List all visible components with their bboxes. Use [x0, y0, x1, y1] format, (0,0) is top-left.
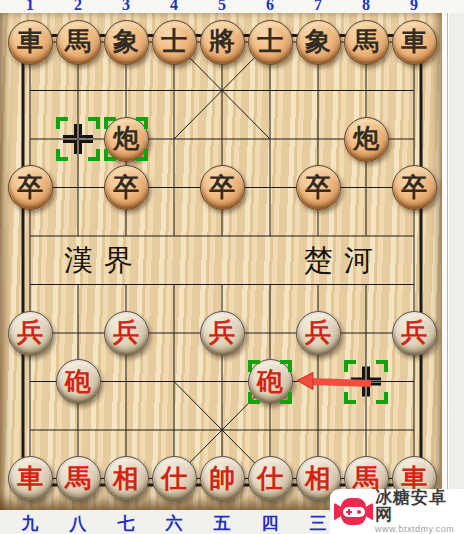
piece-red-兵[interactable]: 兵 — [392, 311, 437, 356]
piece-character: 馬 — [65, 29, 91, 55]
piece-character: 卒 — [17, 175, 43, 201]
piece-black-馬[interactable]: 馬 — [56, 20, 101, 65]
piece-character: 士 — [161, 29, 187, 55]
piece-character: 象 — [305, 29, 331, 55]
piece-red-車[interactable]: 車 — [8, 456, 53, 501]
piece-character: 象 — [113, 29, 139, 55]
piece-red-帥[interactable]: 帥 — [200, 456, 245, 501]
file-label-top: 9 — [410, 0, 418, 13]
watermark-site-url: www.btxtdmy.com — [375, 525, 464, 534]
watermark-site-name: 冰糖安卓网 — [375, 489, 464, 523]
selection-bracket — [104, 117, 148, 161]
piece-black-卒[interactable]: 卒 — [392, 165, 437, 210]
piece-character: 兵 — [401, 320, 427, 346]
piece-character: 卒 — [209, 175, 235, 201]
piece-character: 兵 — [209, 320, 235, 346]
file-label-bottom: 四 — [262, 512, 279, 534]
piece-character: 卒 — [401, 175, 427, 201]
file-label-bottom: 三 — [310, 512, 327, 534]
piece-character: 砲 — [65, 369, 91, 395]
file-label-bottom: 六 — [166, 512, 183, 534]
selection-bracket — [248, 360, 292, 404]
piece-character: 相 — [113, 466, 139, 492]
piece-black-象[interactable]: 象 — [104, 20, 149, 65]
piece-character: 士 — [257, 29, 283, 55]
piece-character: 馬 — [353, 29, 379, 55]
file-label-top: 6 — [266, 0, 274, 13]
piece-black-車[interactable]: 車 — [8, 20, 53, 65]
piece-red-兵[interactable]: 兵 — [8, 311, 53, 356]
river-label-right: 楚河 — [304, 241, 384, 281]
piece-character: 將 — [209, 29, 235, 55]
piece-character: 兵 — [113, 320, 139, 346]
river-label-left: 漢界 — [64, 241, 144, 281]
piece-black-車[interactable]: 車 — [392, 20, 437, 65]
piece-character: 馬 — [65, 466, 91, 492]
piece-character: 相 — [305, 466, 331, 492]
piece-black-卒[interactable]: 卒 — [200, 165, 245, 210]
piece-character: 卒 — [305, 175, 331, 201]
piece-character: 車 — [17, 29, 43, 55]
file-label-bottom: 九 — [22, 512, 39, 534]
piece-character: 帥 — [209, 466, 235, 492]
piece-black-炮[interactable]: 炮 — [344, 117, 389, 162]
piece-red-兵[interactable]: 兵 — [296, 311, 341, 356]
watermark: 冰糖安卓网 www.btxtdmy.com — [330, 489, 464, 534]
piece-red-仕[interactable]: 仕 — [152, 456, 197, 501]
piece-red-兵[interactable]: 兵 — [104, 311, 149, 356]
top-coordinate-strip: 123456789 — [0, 0, 464, 13]
piece-character: 仕 — [257, 466, 283, 492]
piece-character: 兵 — [17, 320, 43, 346]
piece-black-卒[interactable]: 卒 — [296, 165, 341, 210]
side-panel-edge — [447, 0, 464, 534]
file-label-top: 5 — [218, 0, 226, 13]
piece-character: 仕 — [161, 466, 187, 492]
file-label-top: 1 — [26, 0, 34, 13]
xiangqi-app-window: 漢界 楚河 車馬象士將士象馬車炮炮卒卒卒卒卒兵兵兵兵兵砲砲車馬相仕帥仕相馬車 1… — [0, 0, 464, 534]
file-label-top: 8 — [362, 0, 370, 13]
watermark-candy-gamepad-icon — [334, 497, 372, 527]
file-label-bottom: 七 — [118, 512, 135, 534]
piece-black-士[interactable]: 士 — [248, 20, 293, 65]
piece-black-馬[interactable]: 馬 — [344, 20, 389, 65]
piece-character: 車 — [401, 29, 427, 55]
piece-character: 車 — [17, 466, 43, 492]
file-label-top: 2 — [74, 0, 82, 13]
piece-black-士[interactable]: 士 — [152, 20, 197, 65]
selection-bracket — [344, 360, 388, 404]
piece-black-卒[interactable]: 卒 — [8, 165, 53, 210]
file-label-top: 7 — [314, 0, 322, 13]
file-label-top: 4 — [170, 0, 178, 13]
piece-red-馬[interactable]: 馬 — [56, 456, 101, 501]
selection-bracket — [56, 117, 100, 161]
piece-character: 兵 — [305, 320, 331, 346]
piece-red-相[interactable]: 相 — [104, 456, 149, 501]
piece-red-兵[interactable]: 兵 — [200, 311, 245, 356]
file-label-bottom: 五 — [214, 512, 231, 534]
piece-black-象[interactable]: 象 — [296, 20, 341, 65]
piece-character: 卒 — [113, 175, 139, 201]
file-label-bottom: 八 — [70, 512, 87, 534]
piece-character: 炮 — [353, 126, 379, 152]
piece-black-將[interactable]: 將 — [200, 20, 245, 65]
piece-red-砲[interactable]: 砲 — [56, 359, 101, 404]
piece-black-卒[interactable]: 卒 — [104, 165, 149, 210]
piece-red-仕[interactable]: 仕 — [248, 456, 293, 501]
file-label-top: 3 — [122, 0, 130, 13]
